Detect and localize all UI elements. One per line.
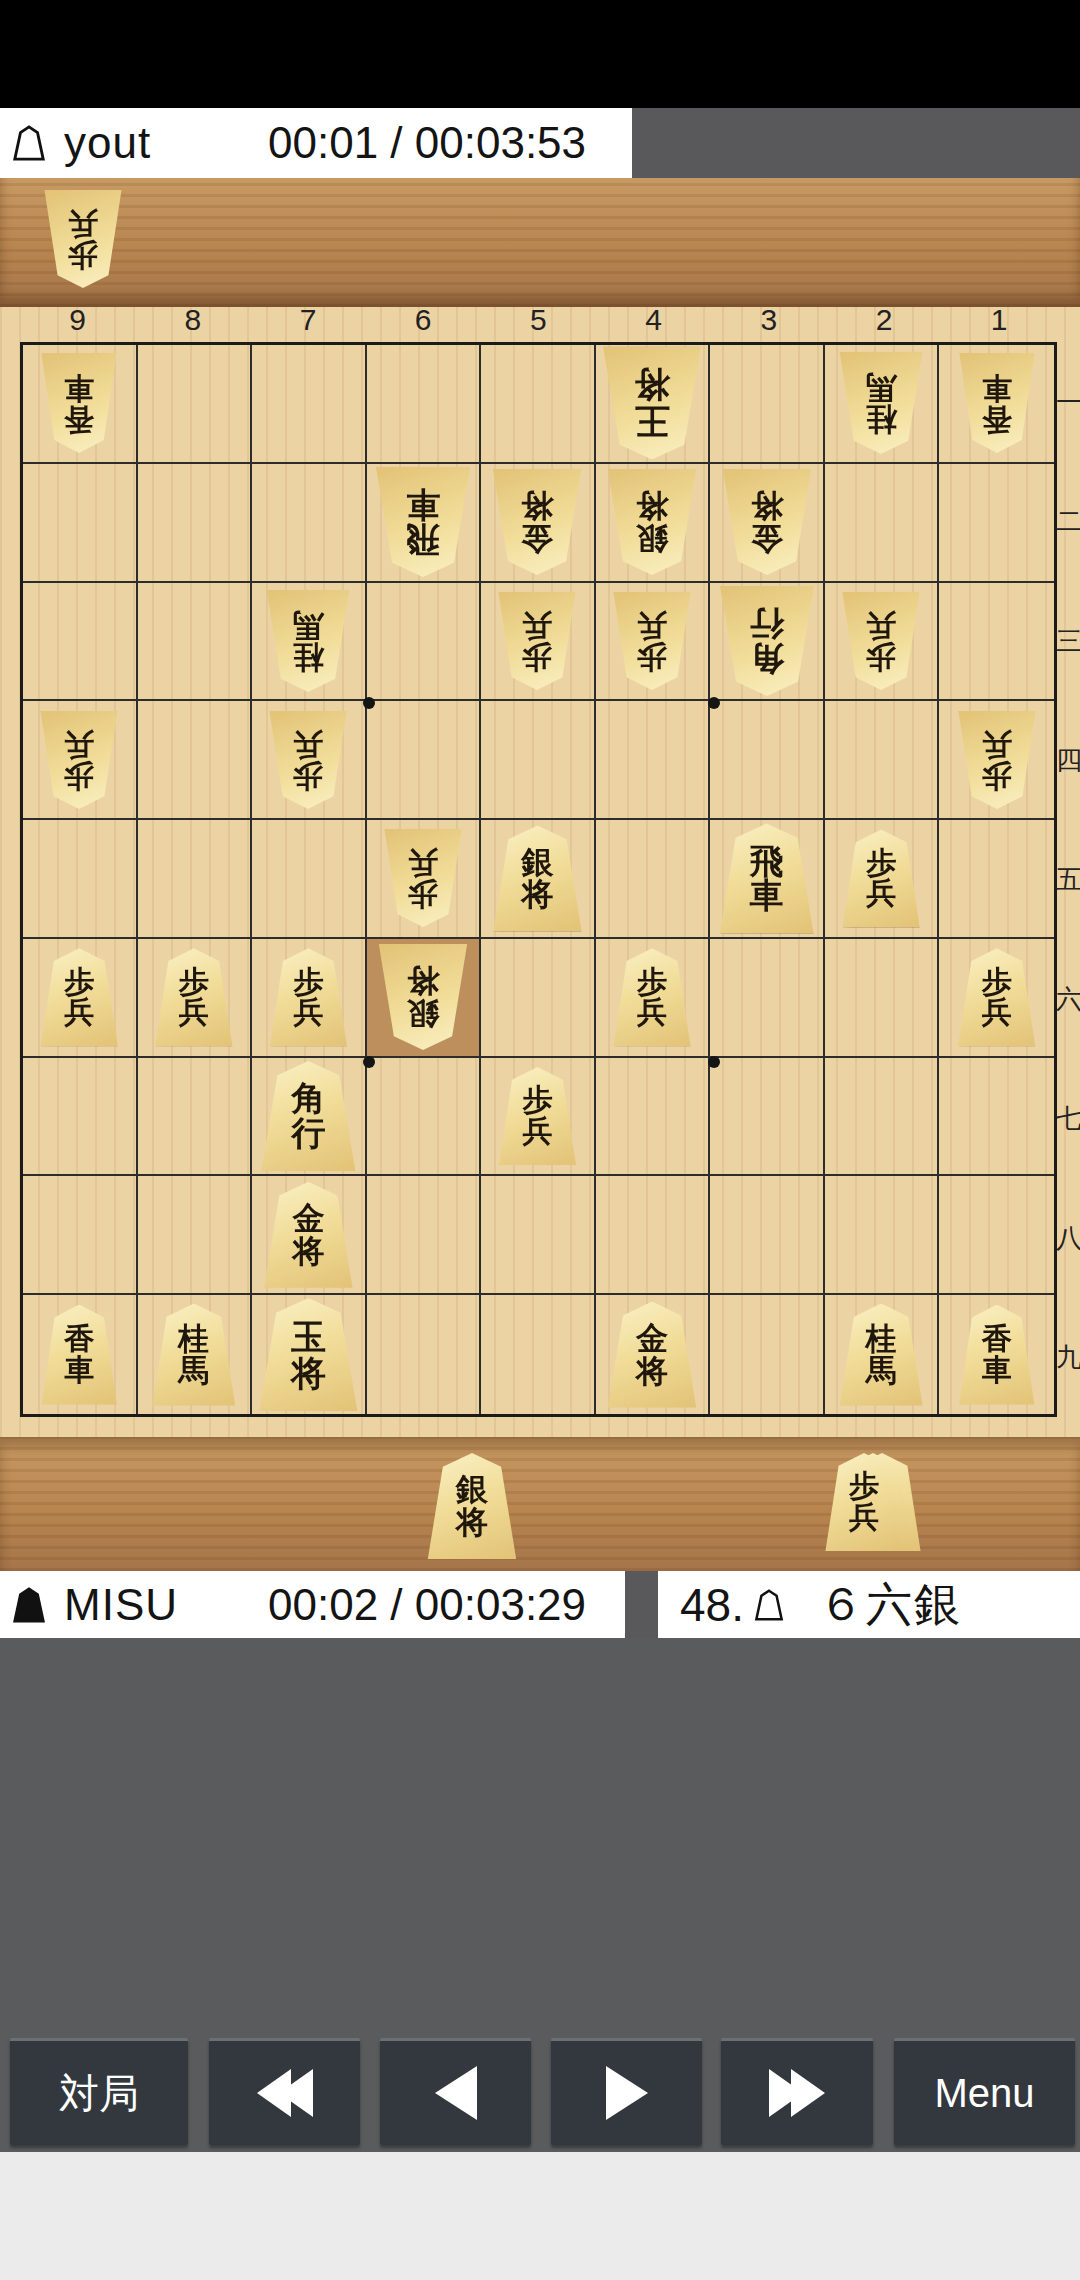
piece-gote-p[interactable]: 歩兵 (956, 711, 1038, 809)
square-4八[interactable] (596, 1176, 711, 1295)
row-label-七: 七 (1056, 1101, 1080, 1136)
square-1二[interactable] (939, 464, 1054, 583)
square-3九[interactable] (710, 1295, 825, 1414)
piece-gote-n[interactable]: 桂馬 (837, 352, 925, 454)
square-8二[interactable] (138, 464, 253, 583)
square-7四[interactable]: 歩兵 (252, 701, 367, 820)
square-6八[interactable] (367, 1176, 482, 1295)
square-7一[interactable] (252, 345, 367, 464)
square-8三[interactable] (138, 583, 253, 702)
piece-kanji: 将 (636, 490, 668, 523)
piece-kanji: 車 (64, 373, 94, 404)
piece-kanji: 桂 (178, 1323, 209, 1355)
square-2六[interactable] (825, 939, 940, 1058)
square-2四[interactable] (825, 701, 940, 820)
piece-sente-p[interactable]: 歩兵 (611, 948, 693, 1046)
piece-sente-n[interactable]: 桂馬 (837, 1304, 925, 1406)
piece-sente-p[interactable]: 歩兵 (38, 948, 120, 1046)
piece-sente-r[interactable]: 飛車 (717, 823, 817, 933)
square-9一[interactable]: 香車 (23, 345, 138, 464)
square-4二[interactable]: 銀将 (596, 464, 711, 583)
gote-captured-tray: 歩兵 (0, 178, 1080, 307)
menu-button[interactable]: Menu (894, 2038, 1075, 2145)
square-3六[interactable] (710, 939, 825, 1058)
piece-kanji: 兵 (64, 997, 94, 1028)
col-label-7: 7 (278, 303, 338, 337)
piece-gote-p[interactable]: 歩兵 (496, 592, 578, 690)
bottom-player-info: MISU 00:02 / 00:03:29 (0, 1571, 625, 1638)
new-game-button[interactable]: 対局 (10, 2038, 188, 2145)
piece-kanji: 将 (521, 490, 553, 523)
piece-kanji: 兵 (637, 610, 667, 641)
piece-kanji: 飛 (406, 522, 440, 557)
bottom-player-name: MISU (64, 1580, 178, 1630)
square-9五[interactable] (23, 820, 138, 939)
piece-kanji: 車 (982, 1355, 1012, 1386)
piece-kanji: 将 (292, 1235, 324, 1268)
star-point (363, 697, 375, 709)
piece-gote-s[interactable]: 銀将 (605, 469, 699, 575)
square-2三[interactable]: 歩兵 (825, 583, 940, 702)
square-3二[interactable]: 金将 (710, 464, 825, 583)
piece-kanji: 桂 (293, 641, 324, 673)
piece-kanji: 兵 (522, 1116, 552, 1147)
piece-kanji: 歩 (982, 760, 1012, 791)
move-number: 48. (680, 1578, 744, 1632)
piece-kanji: 馬 (178, 1355, 209, 1387)
piece-kanji: 歩 (64, 760, 94, 791)
piece-gote-s[interactable]: 銀将 (376, 944, 470, 1050)
piece-kanji: 将 (291, 1355, 326, 1391)
piece-kanji: 行 (291, 1116, 325, 1151)
bottom-player-clock: 00:02 / 00:03:29 (268, 1580, 586, 1630)
piece-gote-p[interactable]: 歩兵 (840, 592, 922, 690)
row-label-一: 一 (1056, 385, 1080, 420)
piece-kanji: 歩 (982, 967, 1012, 998)
piece-kanji: 歩 (637, 641, 667, 672)
piece-sente-p[interactable]: 歩兵 (496, 1067, 578, 1165)
bottom-strip (0, 2152, 1080, 2280)
square-5二[interactable]: 金将 (481, 464, 596, 583)
square-2九[interactable]: 桂馬 (825, 1295, 940, 1414)
square-8七[interactable] (138, 1058, 253, 1177)
piece-kanji: 将 (456, 1506, 488, 1539)
star-point (708, 697, 720, 709)
piece-kanji: 歩 (64, 967, 94, 998)
piece-kanji: 角 (750, 641, 784, 676)
square-1九[interactable]: 香車 (939, 1295, 1054, 1414)
piece-kanji: 兵 (637, 997, 667, 1028)
square-5三[interactable]: 歩兵 (481, 583, 596, 702)
piece-sente-s[interactable]: 銀将 (490, 825, 584, 931)
piece-kanji: 香 (982, 403, 1012, 434)
sente-piece-filled-icon (10, 1587, 48, 1623)
piece-kanji: 兵 (522, 610, 552, 641)
piece-sente-p[interactable]: 歩兵 (956, 948, 1038, 1046)
piece-sente-g[interactable]: 金将 (261, 1182, 355, 1288)
square-3八[interactable] (710, 1176, 825, 1295)
piece-kanji: 銀 (407, 997, 439, 1030)
step-back-icon (435, 2066, 477, 2120)
piece-sente-s[interactable]: 銀将 (425, 1453, 519, 1559)
star-point (708, 1056, 720, 1068)
square-6一[interactable] (367, 345, 482, 464)
shogi-board[interactable]: 香車王将桂馬香車飛車金将銀将金将桂馬歩兵歩兵角行歩兵歩兵歩兵歩兵歩兵銀将飛車歩兵… (20, 342, 1057, 1417)
piece-kanji: 銀 (521, 846, 553, 879)
square-2七[interactable] (825, 1058, 940, 1177)
rewind-button[interactable] (209, 2038, 360, 2145)
top-player-row: yout 00:01 / 00:03:53 (0, 108, 1080, 178)
piece-kanji: 行 (750, 606, 784, 641)
square-9六[interactable]: 歩兵 (23, 939, 138, 1058)
col-label-8: 8 (163, 303, 223, 337)
square-9三[interactable] (23, 583, 138, 702)
piece-sente-l[interactable]: 香車 (957, 1305, 1037, 1405)
piece-kanji: 金 (751, 522, 783, 555)
piece-kanji: 金 (521, 522, 553, 555)
piece-gote-l[interactable]: 香車 (39, 353, 119, 453)
piece-sente-b[interactable]: 角行 (258, 1061, 358, 1171)
square-5七[interactable]: 歩兵 (481, 1058, 596, 1177)
top-player-clock: 00:01 / 00:03:53 (268, 118, 586, 168)
piece-kanji: 将 (751, 490, 783, 523)
piece-kanji: 馬 (293, 609, 324, 641)
square-5八[interactable] (481, 1176, 596, 1295)
piece-kanji: 将 (521, 878, 553, 911)
piece-kanji: 歩 (293, 967, 323, 998)
piece-kanji: 金 (292, 1202, 324, 1235)
piece-kanji: 歩 (68, 239, 98, 270)
piece-kanji: 兵 (982, 997, 1012, 1028)
piece-kanji: 桂 (866, 403, 897, 435)
square-4一[interactable]: 王将 (596, 345, 711, 464)
piece-kanji: 飛 (750, 844, 784, 879)
piece-kanji: 兵 (293, 729, 323, 760)
piece-gote-p[interactable]: 歩兵 (382, 829, 464, 927)
move-indicator: 48. ６六銀 (658, 1571, 1080, 1638)
square-8五[interactable] (138, 820, 253, 939)
square-1四[interactable]: 歩兵 (939, 701, 1054, 820)
square-9八[interactable] (23, 1176, 138, 1295)
row-label-四: 四 (1056, 743, 1080, 778)
status-bar (0, 0, 1080, 108)
piece-kanji: 兵 (866, 610, 896, 641)
col-label-3: 3 (739, 303, 799, 337)
piece-gote-g[interactable]: 金将 (490, 469, 584, 575)
piece-kanji: 兵 (866, 878, 896, 909)
square-7八[interactable]: 金将 (252, 1176, 367, 1295)
piece-kanji: 角 (291, 1081, 325, 1116)
piece-kanji: 桂 (866, 1323, 897, 1355)
piece-gote-p[interactable]: 歩兵 (42, 190, 124, 288)
piece-sente-l[interactable]: 香車 (39, 1305, 119, 1405)
square-7九[interactable]: 玉将 (252, 1295, 367, 1414)
piece-kanji: 兵 (68, 208, 98, 239)
piece-kanji: 銀 (636, 522, 668, 555)
piece-kanji: 銀 (456, 1473, 488, 1506)
rewind-icon (257, 2069, 313, 2117)
piece-gote-r[interactable]: 飛車 (373, 467, 473, 577)
piece-kanji: 歩 (637, 967, 667, 998)
square-7二[interactable] (252, 464, 367, 583)
square-5五[interactable]: 銀将 (481, 820, 596, 939)
square-7七[interactable]: 角行 (252, 1058, 367, 1177)
col-label-2: 2 (854, 303, 914, 337)
square-6二[interactable]: 飛車 (367, 464, 482, 583)
piece-gote-p[interactable]: 歩兵 (611, 592, 693, 690)
square-2五[interactable]: 歩兵 (825, 820, 940, 939)
square-1八[interactable] (939, 1176, 1054, 1295)
row-label-八: 八 (1056, 1221, 1080, 1256)
piece-kanji: 玉 (291, 1319, 326, 1355)
square-8八[interactable] (138, 1176, 253, 1295)
square-1五[interactable] (939, 820, 1054, 939)
piece-gote-k[interactable]: 王将 (600, 347, 704, 460)
square-1三[interactable] (939, 583, 1054, 702)
square-6四[interactable] (367, 701, 482, 820)
row-label-二: 二 (1056, 504, 1080, 539)
bottom-player-row: MISU 00:02 / 00:03:29 48. ６六銀 (0, 1571, 1080, 1638)
star-point (363, 1056, 375, 1068)
piece-kanji: 歩 (408, 878, 438, 909)
piece-kanji: 兵 (64, 729, 94, 760)
row-label-九: 九 (1056, 1340, 1080, 1375)
piece-kanji: 車 (982, 373, 1012, 404)
piece-kanji: 香 (982, 1324, 1012, 1355)
piece-kanji: 将 (636, 1355, 668, 1388)
piece-kanji: 兵 (849, 1502, 879, 1533)
row-label-六: 六 (1056, 982, 1080, 1017)
piece-gote-g[interactable]: 金将 (720, 469, 814, 575)
piece-gote-n[interactable]: 桂馬 (264, 590, 352, 692)
piece-gote-p[interactable]: 歩兵 (38, 711, 120, 809)
piece-sente-n[interactable]: 桂馬 (150, 1304, 238, 1406)
col-label-5: 5 (508, 303, 568, 337)
square-3一[interactable] (710, 345, 825, 464)
piece-kanji: 馬 (866, 372, 897, 404)
piece-sente-p[interactable]: 歩兵 (840, 829, 922, 927)
square-4五[interactable] (596, 820, 711, 939)
piece-kanji: 車 (750, 878, 784, 913)
piece-kanji: 歩 (179, 967, 209, 998)
piece-kanji: 歩 (522, 641, 552, 672)
gote-piece-outline-icon (10, 125, 48, 161)
col-label-6: 6 (393, 303, 453, 337)
square-7六[interactable]: 歩兵 (252, 939, 367, 1058)
piece-kanji: 将 (407, 965, 439, 998)
square-8四[interactable] (138, 701, 253, 820)
piece-kanji: 歩 (849, 1471, 879, 1502)
piece-kanji: 馬 (866, 1355, 897, 1387)
square-5六[interactable] (481, 939, 596, 1058)
row-label-五: 五 (1056, 862, 1080, 897)
piece-kanji: 王 (635, 403, 670, 439)
piece-kanji: 香 (64, 403, 94, 434)
piece-sente-p[interactable]: 歩兵 (267, 948, 349, 1046)
square-5一[interactable] (481, 345, 596, 464)
square-9二[interactable] (23, 464, 138, 583)
row-label-三: 三 (1056, 624, 1080, 659)
fast-forward-icon (769, 2069, 825, 2117)
square-2八[interactable] (825, 1176, 940, 1295)
square-4三[interactable]: 歩兵 (596, 583, 711, 702)
piece-kanji: 兵 (293, 997, 323, 1028)
col-label-1: 1 (969, 303, 1029, 337)
piece-kanji: 兵 (982, 729, 1012, 760)
piece-kanji: 歩 (866, 641, 896, 672)
new-game-label: 対局 (59, 2066, 139, 2121)
fast-forward-button[interactable] (721, 2038, 873, 2145)
piece-kanji: 兵 (408, 848, 438, 879)
step-forward-button[interactable] (551, 2038, 702, 2145)
piece-kanji: 香 (64, 1324, 94, 1355)
move-text: ６六銀 (818, 1574, 962, 1636)
step-forward-icon (606, 2066, 648, 2120)
square-6五[interactable]: 歩兵 (367, 820, 482, 939)
top-player-name: yout (64, 118, 151, 168)
square-4六[interactable]: 歩兵 (596, 939, 711, 1058)
sente-captured-tray: 銀将歩兵歩兵歩兵 (0, 1437, 1080, 1571)
square-2一[interactable]: 桂馬 (825, 345, 940, 464)
col-label-4: 4 (624, 303, 684, 337)
square-6九[interactable] (367, 1295, 482, 1414)
piece-kanji: 歩 (293, 760, 323, 791)
square-3三[interactable]: 角行 (710, 583, 825, 702)
square-7五[interactable] (252, 820, 367, 939)
square-1七[interactable] (939, 1058, 1054, 1177)
square-2二[interactable] (825, 464, 940, 583)
piece-kanji: 歩 (522, 1085, 552, 1116)
square-3四[interactable] (710, 701, 825, 820)
piece-kanji: 兵 (179, 997, 209, 1028)
square-4七[interactable] (596, 1058, 711, 1177)
square-7三[interactable]: 桂馬 (252, 583, 367, 702)
piece-gote-b[interactable]: 角行 (717, 586, 817, 696)
col-label-9: 9 (48, 303, 108, 337)
square-1一[interactable]: 香車 (939, 345, 1054, 464)
square-9九[interactable]: 香車 (23, 1295, 138, 1414)
square-1六[interactable]: 歩兵 (939, 939, 1054, 1058)
top-player-info: yout 00:01 / 00:03:53 (0, 108, 632, 178)
piece-sente-g[interactable]: 金将 (605, 1302, 699, 1408)
piece-sente-k[interactable]: 玉将 (256, 1298, 360, 1411)
square-9四[interactable]: 歩兵 (23, 701, 138, 820)
square-8六[interactable]: 歩兵 (138, 939, 253, 1058)
step-back-button[interactable] (380, 2038, 531, 2145)
piece-sente-p[interactable]: 歩兵 (153, 948, 235, 1046)
piece-kanji: 将 (635, 368, 670, 404)
square-8九[interactable]: 桂馬 (138, 1295, 253, 1414)
square-6三[interactable] (367, 583, 482, 702)
piece-kanji: 車 (64, 1355, 94, 1386)
piece-gote-p[interactable]: 歩兵 (267, 711, 349, 809)
piece-gote-l[interactable]: 香車 (957, 353, 1037, 453)
square-6七[interactable] (367, 1058, 482, 1177)
move-side-gote-icon (752, 1589, 786, 1621)
menu-label: Menu (934, 2071, 1034, 2116)
square-8一[interactable] (138, 345, 253, 464)
square-5四[interactable] (481, 701, 596, 820)
square-5九[interactable] (481, 1295, 596, 1414)
square-9七[interactable] (23, 1058, 138, 1177)
piece-kanji: 歩 (866, 848, 896, 879)
square-3七[interactable] (710, 1058, 825, 1177)
piece-kanji: 車 (406, 487, 440, 522)
piece-kanji: 金 (636, 1322, 668, 1355)
square-3五[interactable]: 飛車 (710, 820, 825, 939)
square-4九[interactable]: 金将 (596, 1295, 711, 1414)
square-6六[interactable]: 銀将 (367, 939, 482, 1058)
square-4四[interactable] (596, 701, 711, 820)
